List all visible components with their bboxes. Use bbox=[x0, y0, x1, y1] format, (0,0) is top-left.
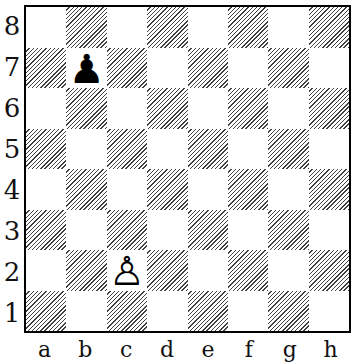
square-h3[interactable] bbox=[309, 210, 349, 251]
square-c2[interactable]: ♙ bbox=[107, 250, 147, 291]
file-label-e: e bbox=[188, 333, 229, 363]
square-e1[interactable] bbox=[188, 291, 228, 332]
square-a6[interactable] bbox=[26, 88, 66, 129]
square-g1[interactable] bbox=[268, 291, 308, 332]
file-label-h: h bbox=[310, 333, 351, 363]
rank-label-1: 1 bbox=[0, 292, 24, 333]
square-g7[interactable] bbox=[268, 48, 308, 89]
square-a5[interactable] bbox=[26, 129, 66, 170]
square-b7[interactable]: ♟ bbox=[66, 48, 106, 89]
square-b5[interactable] bbox=[66, 129, 106, 170]
square-f8[interactable] bbox=[228, 7, 268, 48]
file-label-d: d bbox=[147, 333, 188, 363]
square-g5[interactable] bbox=[268, 129, 308, 170]
board: ♟♙ bbox=[24, 5, 351, 333]
square-f3[interactable] bbox=[228, 210, 268, 251]
square-d4[interactable] bbox=[147, 169, 187, 210]
square-c4[interactable] bbox=[107, 169, 147, 210]
rank-label-2: 2 bbox=[0, 251, 24, 292]
square-c6[interactable] bbox=[107, 88, 147, 129]
white-pawn: ♙ bbox=[109, 251, 145, 290]
file-labels: abcdefgh bbox=[24, 333, 351, 363]
square-e6[interactable] bbox=[188, 88, 228, 129]
rank-labels: 87654321 bbox=[0, 5, 24, 333]
square-b8[interactable] bbox=[66, 7, 106, 48]
square-g2[interactable] bbox=[268, 250, 308, 291]
square-g8[interactable] bbox=[268, 7, 308, 48]
square-g3[interactable] bbox=[268, 210, 308, 251]
rank-label-7: 7 bbox=[0, 46, 24, 87]
square-e3[interactable] bbox=[188, 210, 228, 251]
square-b1[interactable] bbox=[66, 291, 106, 332]
square-a4[interactable] bbox=[26, 169, 66, 210]
square-h1[interactable] bbox=[309, 291, 349, 332]
square-g6[interactable] bbox=[268, 88, 308, 129]
file-label-g: g bbox=[269, 333, 310, 363]
square-c1[interactable] bbox=[107, 291, 147, 332]
square-b2[interactable] bbox=[66, 250, 106, 291]
square-e7[interactable] bbox=[188, 48, 228, 89]
rank-label-6: 6 bbox=[0, 87, 24, 128]
square-a2[interactable] bbox=[26, 250, 66, 291]
square-f5[interactable] bbox=[228, 129, 268, 170]
square-h4[interactable] bbox=[309, 169, 349, 210]
square-e8[interactable] bbox=[188, 7, 228, 48]
square-a7[interactable] bbox=[26, 48, 66, 89]
chess-diagram: 87654321 ♟♙ abcdefgh bbox=[0, 0, 353, 363]
square-b4[interactable] bbox=[66, 169, 106, 210]
square-d7[interactable] bbox=[147, 48, 187, 89]
square-d6[interactable] bbox=[147, 88, 187, 129]
square-e5[interactable] bbox=[188, 129, 228, 170]
square-a8[interactable] bbox=[26, 7, 66, 48]
file-label-c: c bbox=[106, 333, 147, 363]
square-e2[interactable] bbox=[188, 250, 228, 291]
square-h8[interactable] bbox=[309, 7, 349, 48]
square-b3[interactable] bbox=[66, 210, 106, 251]
square-f7[interactable] bbox=[228, 48, 268, 89]
square-c5[interactable] bbox=[107, 129, 147, 170]
square-a3[interactable] bbox=[26, 210, 66, 251]
square-h7[interactable] bbox=[309, 48, 349, 89]
square-h2[interactable] bbox=[309, 250, 349, 291]
square-a1[interactable] bbox=[26, 291, 66, 332]
square-d8[interactable] bbox=[147, 7, 187, 48]
square-f2[interactable] bbox=[228, 250, 268, 291]
rank-label-3: 3 bbox=[0, 210, 24, 251]
square-c3[interactable] bbox=[107, 210, 147, 251]
square-d5[interactable] bbox=[147, 129, 187, 170]
square-h6[interactable] bbox=[309, 88, 349, 129]
square-d2[interactable] bbox=[147, 250, 187, 291]
rank-label-4: 4 bbox=[0, 169, 24, 210]
black-pawn: ♟ bbox=[69, 49, 105, 88]
square-f4[interactable] bbox=[228, 169, 268, 210]
file-label-b: b bbox=[65, 333, 106, 363]
rank-label-8: 8 bbox=[0, 5, 24, 46]
file-label-a: a bbox=[24, 333, 65, 363]
square-e4[interactable] bbox=[188, 169, 228, 210]
square-c8[interactable] bbox=[107, 7, 147, 48]
square-d3[interactable] bbox=[147, 210, 187, 251]
square-g4[interactable] bbox=[268, 169, 308, 210]
square-c7[interactable] bbox=[107, 48, 147, 89]
square-h5[interactable] bbox=[309, 129, 349, 170]
square-b6[interactable] bbox=[66, 88, 106, 129]
square-f1[interactable] bbox=[228, 291, 268, 332]
square-d1[interactable] bbox=[147, 291, 187, 332]
file-label-f: f bbox=[228, 333, 269, 363]
rank-label-5: 5 bbox=[0, 128, 24, 169]
square-f6[interactable] bbox=[228, 88, 268, 129]
